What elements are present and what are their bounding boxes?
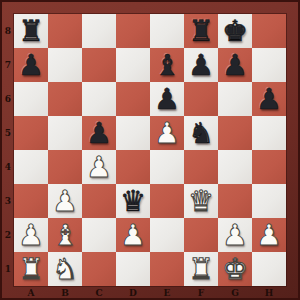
square-d3[interactable]: ♛ (116, 184, 150, 218)
square-e8[interactable] (150, 14, 184, 48)
square-b5[interactable] (48, 116, 82, 150)
black-rook-f8[interactable]: ♜ (184, 14, 218, 48)
file-label-f: F (184, 286, 218, 300)
square-e6[interactable]: ♟ (150, 82, 184, 116)
square-h1[interactable] (252, 252, 286, 286)
square-b8[interactable] (48, 14, 82, 48)
square-h2[interactable]: ♟ (252, 218, 286, 252)
white-pawn-c4[interactable]: ♟ (82, 150, 116, 184)
black-bishop-e7[interactable]: ♝ (150, 48, 184, 82)
square-e2[interactable] (150, 218, 184, 252)
rank-label-3: 3 (2, 184, 14, 218)
file-label-a: A (14, 286, 48, 300)
black-king-g8[interactable]: ♚ (218, 14, 252, 48)
rank-label-2: 2 (2, 218, 14, 252)
square-d7[interactable] (116, 48, 150, 82)
square-e1[interactable] (150, 252, 184, 286)
white-pawn-h2[interactable]: ♟ (252, 218, 286, 252)
square-d5[interactable] (116, 116, 150, 150)
square-h4[interactable] (252, 150, 286, 184)
white-queen-f3[interactable]: ♛ (184, 184, 218, 218)
square-b7[interactable] (48, 48, 82, 82)
square-b4[interactable] (48, 150, 82, 184)
square-c5[interactable]: ♟ (82, 116, 116, 150)
white-king-g1[interactable]: ♚ (218, 252, 252, 286)
square-c4[interactable]: ♟ (82, 150, 116, 184)
chess-board-frame: 87654321 ♜♜♚♟♝♟♟♟♟♟♟♞♟♟♛♛♟♝♟♟♟♜♞♜♚ ABCDE… (0, 0, 300, 300)
square-g3[interactable] (218, 184, 252, 218)
black-queen-d3[interactable]: ♛ (116, 184, 150, 218)
square-f1[interactable]: ♜ (184, 252, 218, 286)
square-f6[interactable] (184, 82, 218, 116)
square-b1[interactable]: ♞ (48, 252, 82, 286)
square-a6[interactable] (14, 82, 48, 116)
square-d1[interactable] (116, 252, 150, 286)
square-a2[interactable]: ♟ (14, 218, 48, 252)
rank-label-1: 1 (2, 252, 14, 286)
square-e7[interactable]: ♝ (150, 48, 184, 82)
rank-label-8: 8 (2, 14, 14, 48)
square-f2[interactable] (184, 218, 218, 252)
square-b3[interactable]: ♟ (48, 184, 82, 218)
black-pawn-a7[interactable]: ♟ (14, 48, 48, 82)
chess-board: ♜♜♚♟♝♟♟♟♟♟♟♞♟♟♛♛♟♝♟♟♟♜♞♜♚ (14, 14, 286, 286)
square-c6[interactable] (82, 82, 116, 116)
square-e5[interactable]: ♟ (150, 116, 184, 150)
white-rook-f1[interactable]: ♜ (184, 252, 218, 286)
black-pawn-f7[interactable]: ♟ (184, 48, 218, 82)
black-pawn-h6[interactable]: ♟ (252, 82, 286, 116)
rank-labels: 87654321 (2, 14, 14, 286)
black-pawn-c5[interactable]: ♟ (82, 116, 116, 150)
square-h3[interactable] (252, 184, 286, 218)
square-b6[interactable] (48, 82, 82, 116)
square-c3[interactable] (82, 184, 116, 218)
square-e4[interactable] (150, 150, 184, 184)
square-d2[interactable]: ♟ (116, 218, 150, 252)
square-h8[interactable] (252, 14, 286, 48)
white-knight-b1[interactable]: ♞ (48, 252, 82, 286)
square-g4[interactable] (218, 150, 252, 184)
black-pawn-g7[interactable]: ♟ (218, 48, 252, 82)
square-a5[interactable] (14, 116, 48, 150)
file-label-h: H (252, 286, 286, 300)
square-a3[interactable] (14, 184, 48, 218)
white-rook-a1[interactable]: ♜ (14, 252, 48, 286)
white-pawn-e5[interactable]: ♟ (150, 116, 184, 150)
file-label-g: G (218, 286, 252, 300)
square-c8[interactable] (82, 14, 116, 48)
file-label-b: B (48, 286, 82, 300)
square-d6[interactable] (116, 82, 150, 116)
square-f7[interactable]: ♟ (184, 48, 218, 82)
rank-label-4: 4 (2, 150, 14, 184)
white-bishop-b2[interactable]: ♝ (48, 218, 82, 252)
square-a1[interactable]: ♜ (14, 252, 48, 286)
white-pawn-g2[interactable]: ♟ (218, 218, 252, 252)
square-g7[interactable]: ♟ (218, 48, 252, 82)
square-g1[interactable]: ♚ (218, 252, 252, 286)
black-pawn-e6[interactable]: ♟ (150, 82, 184, 116)
white-pawn-d2[interactable]: ♟ (116, 218, 150, 252)
square-a8[interactable]: ♜ (14, 14, 48, 48)
rank-label-5: 5 (2, 116, 14, 150)
square-h7[interactable] (252, 48, 286, 82)
square-c2[interactable] (82, 218, 116, 252)
square-h6[interactable]: ♟ (252, 82, 286, 116)
square-c7[interactable] (82, 48, 116, 82)
square-g5[interactable] (218, 116, 252, 150)
square-b2[interactable]: ♝ (48, 218, 82, 252)
square-a7[interactable]: ♟ (14, 48, 48, 82)
black-rook-a8[interactable]: ♜ (14, 14, 48, 48)
rank-label-7: 7 (2, 48, 14, 82)
white-pawn-b3[interactable]: ♟ (48, 184, 82, 218)
square-a4[interactable] (14, 150, 48, 184)
square-g2[interactable]: ♟ (218, 218, 252, 252)
square-d8[interactable] (116, 14, 150, 48)
square-f8[interactable]: ♜ (184, 14, 218, 48)
square-c1[interactable] (82, 252, 116, 286)
square-d4[interactable] (116, 150, 150, 184)
square-h5[interactable] (252, 116, 286, 150)
black-knight-f5[interactable]: ♞ (184, 116, 218, 150)
square-f4[interactable] (184, 150, 218, 184)
file-label-d: D (116, 286, 150, 300)
file-labels: ABCDEFGH (14, 286, 286, 300)
white-pawn-a2[interactable]: ♟ (14, 218, 48, 252)
file-label-c: C (82, 286, 116, 300)
rank-label-6: 6 (2, 82, 14, 116)
square-f5[interactable]: ♞ (184, 116, 218, 150)
square-g6[interactable] (218, 82, 252, 116)
square-f3[interactable]: ♛ (184, 184, 218, 218)
file-label-e: E (150, 286, 184, 300)
square-e3[interactable] (150, 184, 184, 218)
square-g8[interactable]: ♚ (218, 14, 252, 48)
